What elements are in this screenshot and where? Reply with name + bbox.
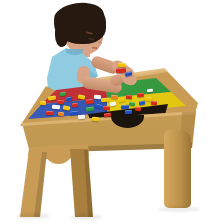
lego-brick-yellow — [118, 63, 126, 68]
held-bricks-layer — [0, 0, 224, 224]
lego-brick-blue — [125, 71, 133, 77]
product-photo-scene — [0, 0, 224, 224]
